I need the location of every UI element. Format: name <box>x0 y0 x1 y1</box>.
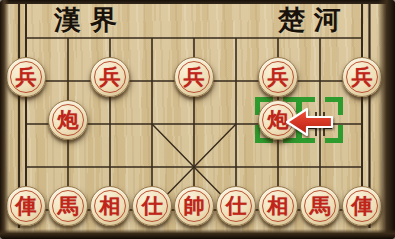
cell-2-1: 兵 <box>89 60 131 103</box>
cell-6-1: 兵 <box>257 60 299 103</box>
piece-red-chariot[interactable]: 俥 <box>6 186 46 226</box>
cell-0-1: 兵 <box>5 60 47 103</box>
cell-6-4: 相 <box>257 189 299 232</box>
piece-glyph: 仕 <box>142 196 163 217</box>
piece-glyph: 相 <box>268 196 289 217</box>
piece-glyph: 兵 <box>184 67 205 88</box>
piece-red-advisor[interactable]: 仕 <box>216 186 256 226</box>
piece-red-cannon[interactable]: 炮 <box>48 100 88 140</box>
cell-2-4: 相 <box>89 189 131 232</box>
piece-glyph: 兵 <box>16 67 37 88</box>
cell-1-4: 馬 <box>47 189 89 232</box>
xiangqi-board[interactable]: 漢界 楚河 兵兵兵兵兵炮炮俥馬相仕帥仕相馬俥 <box>0 0 395 239</box>
cell-4-4: 帥 <box>173 189 215 232</box>
piece-glyph: 馬 <box>310 196 331 217</box>
cell-4-1: 兵 <box>173 60 215 103</box>
piece-red-horse[interactable]: 馬 <box>48 186 88 226</box>
cell-8-4: 俥 <box>341 189 383 232</box>
piece-glyph: 兵 <box>268 67 289 88</box>
piece-red-soldier[interactable]: 兵 <box>342 57 382 97</box>
piece-glyph: 炮 <box>58 110 79 131</box>
piece-red-cannon-selected[interactable]: 炮 <box>258 100 298 140</box>
cell-6-2: 炮 <box>257 103 299 146</box>
piece-red-elephant[interactable]: 相 <box>90 186 130 226</box>
piece-red-soldier[interactable]: 兵 <box>6 57 46 97</box>
cell-8-1: 兵 <box>341 60 383 103</box>
piece-red-soldier[interactable]: 兵 <box>174 57 214 97</box>
cell-7-4: 馬 <box>299 189 341 232</box>
piece-red-chariot[interactable]: 俥 <box>342 186 382 226</box>
piece-glyph: 兵 <box>100 67 121 88</box>
piece-glyph: 俥 <box>352 196 373 217</box>
piece-glyph: 兵 <box>352 67 373 88</box>
piece-red-advisor[interactable]: 仕 <box>132 186 172 226</box>
piece-glyph: 帥 <box>184 196 205 217</box>
cell-3-4: 仕 <box>131 189 173 232</box>
piece-glyph: 俥 <box>16 196 37 217</box>
cell-0-4: 俥 <box>5 189 47 232</box>
piece-red-general[interactable]: 帥 <box>174 186 214 226</box>
piece-red-horse[interactable]: 馬 <box>300 186 340 226</box>
piece-glyph: 炮 <box>268 110 289 131</box>
board-intersections[interactable]: 兵兵兵兵兵炮炮俥馬相仕帥仕相馬俥 <box>5 17 383 232</box>
cell-1-2: 炮 <box>47 103 89 146</box>
piece-red-elephant[interactable]: 相 <box>258 186 298 226</box>
piece-glyph: 馬 <box>58 196 79 217</box>
piece-red-soldier[interactable]: 兵 <box>258 57 298 97</box>
piece-red-soldier[interactable]: 兵 <box>90 57 130 97</box>
piece-glyph: 仕 <box>226 196 247 217</box>
cell-5-4: 仕 <box>215 189 257 232</box>
piece-glyph: 相 <box>100 196 121 217</box>
